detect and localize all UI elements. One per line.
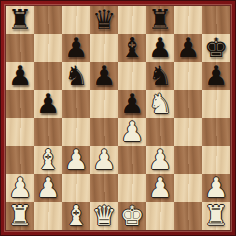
square-h2[interactable]: ♟ (202, 174, 230, 202)
square-b8[interactable] (34, 6, 62, 34)
black-king-piece[interactable]: ♚ (204, 34, 228, 62)
square-b6[interactable] (34, 62, 62, 90)
square-b3[interactable]: ♝ (34, 146, 62, 174)
black-knight-piece[interactable]: ♞ (148, 62, 172, 90)
square-b1[interactable] (34, 202, 62, 230)
square-c8[interactable] (62, 6, 90, 34)
black-pawn-piece[interactable]: ♟ (36, 90, 60, 118)
square-g7[interactable]: ♟ (174, 34, 202, 62)
square-g6[interactable] (174, 62, 202, 90)
square-g5[interactable] (174, 90, 202, 118)
square-d3[interactable]: ♟ (90, 146, 118, 174)
square-h6[interactable]: ♟ (202, 62, 230, 90)
square-c4[interactable] (62, 118, 90, 146)
square-h1[interactable]: ♜ (202, 202, 230, 230)
square-c2[interactable] (62, 174, 90, 202)
square-a4[interactable] (6, 118, 34, 146)
square-a7[interactable] (6, 34, 34, 62)
square-c3[interactable]: ♟ (62, 146, 90, 174)
square-d6[interactable]: ♟ (90, 62, 118, 90)
square-h3[interactable] (202, 146, 230, 174)
square-e1[interactable]: ♚ (118, 202, 146, 230)
black-pawn-piece[interactable]: ♟ (120, 90, 144, 118)
square-a1[interactable]: ♜ (6, 202, 34, 230)
square-f1[interactable] (146, 202, 174, 230)
square-e6[interactable] (118, 62, 146, 90)
square-c6[interactable]: ♞ (62, 62, 90, 90)
square-d8[interactable]: ♛ (90, 6, 118, 34)
square-e4[interactable]: ♟ (118, 118, 146, 146)
white-king-piece[interactable]: ♚ (120, 202, 144, 230)
square-d5[interactable] (90, 90, 118, 118)
square-h8[interactable] (202, 6, 230, 34)
square-c7[interactable]: ♟ (62, 34, 90, 62)
square-h7[interactable]: ♚ (202, 34, 230, 62)
white-bishop-piece[interactable]: ♝ (36, 146, 60, 174)
square-b2[interactable]: ♟ (34, 174, 62, 202)
square-a5[interactable] (6, 90, 34, 118)
square-a3[interactable] (6, 146, 34, 174)
black-pawn-piece[interactable]: ♟ (92, 62, 116, 90)
white-bishop-piece[interactable]: ♝ (64, 202, 88, 230)
square-b4[interactable] (34, 118, 62, 146)
square-d2[interactable] (90, 174, 118, 202)
square-a8[interactable]: ♜ (6, 6, 34, 34)
white-pawn-piece[interactable]: ♟ (36, 174, 60, 202)
square-f8[interactable]: ♜ (146, 6, 174, 34)
square-e2[interactable] (118, 174, 146, 202)
black-queen-piece[interactable]: ♛ (92, 6, 116, 34)
black-pawn-piece[interactable]: ♟ (148, 34, 172, 62)
white-knight-piece[interactable]: ♞ (148, 90, 172, 118)
white-pawn-piece[interactable]: ♟ (64, 146, 88, 174)
square-f2[interactable]: ♟ (146, 174, 174, 202)
black-pawn-piece[interactable]: ♟ (176, 34, 200, 62)
square-f3[interactable]: ♟ (146, 146, 174, 174)
white-pawn-piece[interactable]: ♟ (92, 146, 116, 174)
white-pawn-piece[interactable]: ♟ (8, 174, 32, 202)
chess-board-frame: ♜♛♜♟♝♟♟♚♟♞♟♞♟♟♟♞♟♝♟♟♟♟♟♟♟♜♝♛♚♜ (0, 0, 236, 236)
square-d1[interactable]: ♛ (90, 202, 118, 230)
white-pawn-piece[interactable]: ♟ (204, 174, 228, 202)
square-e7[interactable]: ♝ (118, 34, 146, 62)
black-pawn-piece[interactable]: ♟ (64, 34, 88, 62)
black-pawn-piece[interactable]: ♟ (8, 62, 32, 90)
square-f7[interactable]: ♟ (146, 34, 174, 62)
black-rook-piece[interactable]: ♜ (148, 6, 172, 34)
black-bishop-piece[interactable]: ♝ (120, 34, 144, 62)
chess-board: ♜♛♜♟♝♟♟♚♟♞♟♞♟♟♟♞♟♝♟♟♟♟♟♟♟♜♝♛♚♜ (6, 6, 230, 230)
square-e3[interactable] (118, 146, 146, 174)
square-f6[interactable]: ♞ (146, 62, 174, 90)
square-h5[interactable] (202, 90, 230, 118)
white-rook-piece[interactable]: ♜ (8, 202, 32, 230)
square-e8[interactable] (118, 6, 146, 34)
square-e5[interactable]: ♟ (118, 90, 146, 118)
white-pawn-piece[interactable]: ♟ (120, 118, 144, 146)
square-g1[interactable] (174, 202, 202, 230)
square-g8[interactable] (174, 6, 202, 34)
white-rook-piece[interactable]: ♜ (204, 202, 228, 230)
square-h4[interactable] (202, 118, 230, 146)
square-c5[interactable] (62, 90, 90, 118)
square-a6[interactable]: ♟ (6, 62, 34, 90)
square-g3[interactable] (174, 146, 202, 174)
white-pawn-piece[interactable]: ♟ (148, 174, 172, 202)
square-d4[interactable] (90, 118, 118, 146)
white-pawn-piece[interactable]: ♟ (148, 146, 172, 174)
square-d7[interactable] (90, 34, 118, 62)
black-pawn-piece[interactable]: ♟ (204, 62, 228, 90)
white-queen-piece[interactable]: ♛ (92, 202, 116, 230)
square-c1[interactable]: ♝ (62, 202, 90, 230)
square-f5[interactable]: ♞ (146, 90, 174, 118)
square-b5[interactable]: ♟ (34, 90, 62, 118)
square-g4[interactable] (174, 118, 202, 146)
black-rook-piece[interactable]: ♜ (8, 6, 32, 34)
square-a2[interactable]: ♟ (6, 174, 34, 202)
black-knight-piece[interactable]: ♞ (64, 62, 88, 90)
square-g2[interactable] (174, 174, 202, 202)
square-f4[interactable] (146, 118, 174, 146)
square-b7[interactable] (34, 34, 62, 62)
